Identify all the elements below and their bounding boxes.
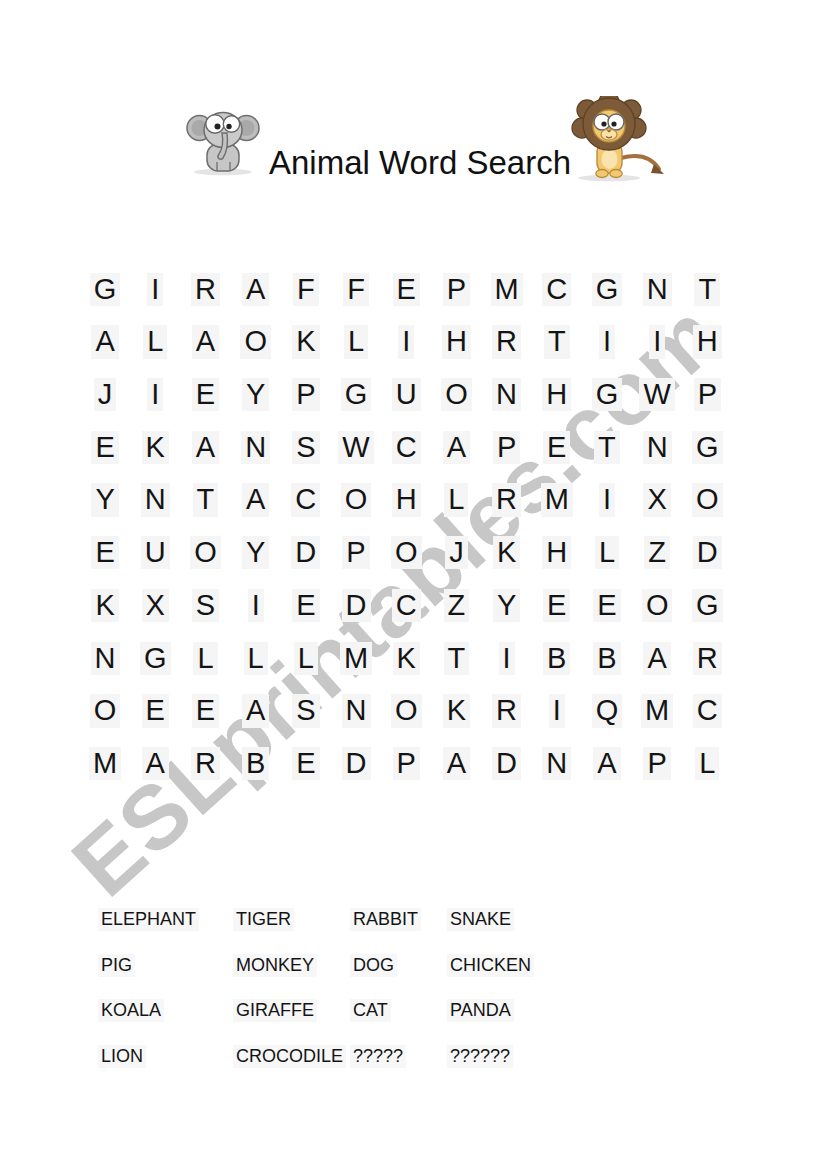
grid-letter: P bbox=[493, 431, 520, 464]
grid-letter: O bbox=[391, 694, 422, 727]
grid-cell: N bbox=[532, 737, 582, 790]
grid-letter: G bbox=[90, 273, 121, 306]
grid-letter: N bbox=[91, 642, 120, 675]
grid-letter: C bbox=[392, 589, 421, 622]
grid-cell: T bbox=[532, 316, 582, 369]
grid-cell: O bbox=[231, 316, 281, 369]
grid-cell: P bbox=[431, 263, 481, 316]
grid-letter: B bbox=[242, 747, 269, 780]
grid-cell: T bbox=[431, 632, 481, 685]
grid-cell: F bbox=[281, 263, 331, 316]
grid-cell: I bbox=[632, 316, 682, 369]
grid-letter: A bbox=[593, 747, 620, 780]
grid-cell: Z bbox=[431, 579, 481, 632]
grid-letter: O bbox=[441, 378, 472, 411]
grid-letter: A bbox=[443, 431, 470, 464]
grid-letter: K bbox=[91, 589, 118, 622]
grid-letter: N bbox=[342, 694, 371, 727]
grid-cell: R bbox=[682, 632, 732, 685]
grid-letter: A bbox=[91, 325, 118, 358]
grid-cell: A bbox=[582, 737, 632, 790]
grid-letter: K bbox=[443, 694, 470, 727]
grid-letter: P bbox=[694, 378, 721, 411]
grid-cell: B bbox=[582, 632, 632, 685]
grid-cell: O bbox=[80, 685, 130, 738]
grid-letter: O bbox=[240, 325, 271, 358]
word-list-item: GIRAFFE bbox=[233, 999, 317, 1022]
grid-cell: K bbox=[381, 632, 431, 685]
grid-letter: O bbox=[391, 536, 422, 569]
word-list: ELEPHANTTIGERRABBITSNAKEPIGMONKEYDOGCHIC… bbox=[98, 897, 534, 1079]
grid-letter: M bbox=[541, 483, 573, 516]
grid-letter: Z bbox=[644, 536, 670, 569]
grid-letter: T bbox=[193, 483, 219, 516]
grid-cell: A bbox=[80, 316, 130, 369]
grid-letter: A bbox=[242, 273, 269, 306]
grid-cell: O bbox=[331, 474, 381, 527]
grid-cell: E bbox=[180, 685, 230, 738]
grid-cell: K bbox=[431, 685, 481, 738]
grid-letter: E bbox=[593, 589, 620, 622]
word-list-item: PIG bbox=[98, 954, 135, 977]
grid-letter: C bbox=[291, 483, 320, 516]
grid-cell: P bbox=[482, 421, 532, 474]
grid-cell: U bbox=[130, 526, 180, 579]
grid-letter: Y bbox=[242, 536, 269, 569]
grid-letter: E bbox=[543, 431, 570, 464]
grid-cell: N bbox=[331, 685, 381, 738]
grid-cell: T bbox=[582, 421, 632, 474]
grid-letter: N bbox=[492, 378, 521, 411]
grid-letter: K bbox=[493, 536, 520, 569]
grid-cell: C bbox=[682, 685, 732, 738]
grid-letter: L bbox=[595, 536, 619, 569]
grid-cell: L bbox=[682, 737, 732, 790]
grid-letter: P bbox=[643, 747, 670, 780]
grid-letter: A bbox=[192, 325, 219, 358]
grid-letter: Q bbox=[592, 694, 623, 727]
grid-letter: E bbox=[142, 694, 169, 727]
grid-cell: W bbox=[331, 421, 381, 474]
grid-cell: E bbox=[281, 579, 331, 632]
grid-cell: B bbox=[532, 632, 582, 685]
grid-cell: B bbox=[231, 737, 281, 790]
grid-letter: G bbox=[692, 431, 723, 464]
grid-letter: L bbox=[143, 325, 167, 358]
grid-cell: R bbox=[180, 263, 230, 316]
grid-letter: R bbox=[492, 694, 521, 727]
word-search-grid: GIRAFFEPMCGNTALAOKLIHRTIIHJIEYPGUONHGWPE… bbox=[80, 263, 732, 790]
grid-cell: F bbox=[331, 263, 381, 316]
grid-letter: M bbox=[89, 747, 121, 780]
grid-cell: A bbox=[180, 421, 230, 474]
grid-cell: L bbox=[331, 316, 381, 369]
grid-letter: E bbox=[543, 589, 570, 622]
grid-letter: D bbox=[291, 536, 320, 569]
grid-letter: P bbox=[393, 747, 420, 780]
grid-cell: R bbox=[482, 474, 532, 527]
grid-cell: X bbox=[632, 474, 682, 527]
grid-letter: M bbox=[491, 273, 523, 306]
grid-letter: P bbox=[292, 378, 319, 411]
grid-cell: G bbox=[682, 421, 732, 474]
word-list-item: DOG bbox=[350, 954, 397, 977]
grid-cell: J bbox=[80, 368, 130, 421]
grid-letter: D bbox=[342, 747, 371, 780]
grid-cell: R bbox=[180, 737, 230, 790]
grid-cell: E bbox=[80, 421, 130, 474]
grid-letter: A bbox=[242, 694, 269, 727]
grid-letter: Z bbox=[444, 589, 470, 622]
grid-cell: D bbox=[682, 526, 732, 579]
grid-cell: O bbox=[682, 474, 732, 527]
grid-cell: E bbox=[80, 526, 130, 579]
grid-cell: R bbox=[482, 316, 532, 369]
grid-cell: L bbox=[130, 316, 180, 369]
grid-letter: P bbox=[342, 536, 369, 569]
grid-cell: E bbox=[532, 421, 582, 474]
grid-cell: L bbox=[281, 632, 331, 685]
grid-cell: R bbox=[482, 685, 532, 738]
grid-cell: P bbox=[632, 737, 682, 790]
grid-letter: K bbox=[142, 431, 169, 464]
grid-letter: W bbox=[338, 431, 373, 464]
grid-letter: I bbox=[599, 483, 615, 516]
grid-letter: L bbox=[294, 642, 318, 675]
grid-letter: M bbox=[340, 642, 372, 675]
word-list-item: ?????? bbox=[447, 1045, 513, 1068]
grid-cell: T bbox=[682, 263, 732, 316]
grid-cell: M bbox=[632, 685, 682, 738]
word-list-item: ELEPHANT bbox=[98, 908, 199, 931]
grid-cell: X bbox=[130, 579, 180, 632]
grid-cell: O bbox=[381, 685, 431, 738]
grid-cell: K bbox=[482, 526, 532, 579]
grid-letter: Y bbox=[493, 589, 520, 622]
grid-cell: Y bbox=[231, 368, 281, 421]
grid-letter: H bbox=[392, 483, 421, 516]
grid-cell: A bbox=[431, 421, 481, 474]
grid-cell: J bbox=[431, 526, 481, 579]
grid-cell: C bbox=[381, 579, 431, 632]
grid-cell: I bbox=[482, 632, 532, 685]
grid-letter: D bbox=[492, 747, 521, 780]
grid-letter: H bbox=[693, 325, 722, 358]
grid-cell: E bbox=[180, 368, 230, 421]
grid-letter: F bbox=[293, 273, 319, 306]
grid-cell: H bbox=[532, 526, 582, 579]
grid-letter: U bbox=[392, 378, 421, 411]
grid-cell: P bbox=[381, 737, 431, 790]
grid-cell: H bbox=[431, 316, 481, 369]
grid-letter: A bbox=[192, 431, 219, 464]
grid-letter: N bbox=[542, 747, 571, 780]
grid-letter: A bbox=[242, 483, 269, 516]
grid-letter: T bbox=[694, 273, 720, 306]
grid-cell: M bbox=[80, 737, 130, 790]
grid-letter: Y bbox=[91, 483, 118, 516]
grid-cell: H bbox=[381, 474, 431, 527]
grid-letter: L bbox=[344, 325, 368, 358]
grid-letter: S bbox=[192, 589, 219, 622]
grid-letter: L bbox=[444, 483, 468, 516]
grid-letter: H bbox=[542, 536, 571, 569]
grid-letter: N bbox=[241, 431, 270, 464]
grid-cell: I bbox=[231, 579, 281, 632]
lion-icon bbox=[568, 96, 665, 182]
grid-cell: K bbox=[281, 316, 331, 369]
grid-cell: G bbox=[331, 368, 381, 421]
grid-cell: G bbox=[582, 368, 632, 421]
grid-cell: O bbox=[431, 368, 481, 421]
grid-letter: O bbox=[90, 694, 121, 727]
word-list-item: ????? bbox=[350, 1045, 406, 1068]
grid-letter: T bbox=[544, 325, 570, 358]
word-list-item: SNAKE bbox=[447, 908, 514, 931]
grid-cell: N bbox=[130, 474, 180, 527]
grid-cell: Q bbox=[582, 685, 632, 738]
grid-letter: Y bbox=[242, 378, 269, 411]
grid-cell: G bbox=[130, 632, 180, 685]
elephant-icon bbox=[186, 104, 260, 176]
grid-letter: H bbox=[542, 378, 571, 411]
word-list-item: PANDA bbox=[447, 999, 514, 1022]
grid-cell: A bbox=[231, 474, 281, 527]
grid-letter: L bbox=[244, 642, 268, 675]
grid-cell: O bbox=[381, 526, 431, 579]
grid-letter: W bbox=[639, 378, 674, 411]
grid-letter: R bbox=[191, 747, 220, 780]
grid-cell: H bbox=[682, 316, 732, 369]
grid-cell: L bbox=[582, 526, 632, 579]
grid-letter: I bbox=[499, 642, 515, 675]
grid-cell: I bbox=[532, 685, 582, 738]
grid-letter: G bbox=[140, 642, 171, 675]
grid-cell: A bbox=[632, 632, 682, 685]
word-list-item: RABBIT bbox=[350, 908, 421, 931]
grid-letter: A bbox=[142, 747, 169, 780]
grid-letter: G bbox=[341, 378, 372, 411]
grid-letter: S bbox=[292, 431, 319, 464]
grid-cell: N bbox=[231, 421, 281, 474]
grid-letter: I bbox=[147, 273, 163, 306]
grid-letter: K bbox=[393, 642, 420, 675]
grid-cell: A bbox=[231, 263, 281, 316]
grid-cell: C bbox=[532, 263, 582, 316]
grid-cell: Z bbox=[632, 526, 682, 579]
grid-cell: N bbox=[482, 368, 532, 421]
grid-letter: C bbox=[542, 273, 571, 306]
grid-cell: T bbox=[180, 474, 230, 527]
grid-cell: P bbox=[682, 368, 732, 421]
grid-letter: J bbox=[445, 536, 468, 569]
grid-letter: O bbox=[341, 483, 372, 516]
grid-letter: O bbox=[642, 589, 673, 622]
grid-cell: P bbox=[331, 526, 381, 579]
grid-cell: N bbox=[632, 263, 682, 316]
grid-cell: E bbox=[281, 737, 331, 790]
grid-cell: E bbox=[130, 685, 180, 738]
grid-letter: B bbox=[593, 642, 620, 675]
grid-cell: I bbox=[130, 263, 180, 316]
grid-letter: F bbox=[343, 273, 369, 306]
grid-letter: E bbox=[292, 747, 319, 780]
grid-letter: O bbox=[190, 536, 221, 569]
grid-letter: O bbox=[692, 483, 723, 516]
word-list-item: CROCODILE bbox=[233, 1045, 346, 1068]
grid-letter: N bbox=[643, 431, 672, 464]
grid-letter: M bbox=[641, 694, 673, 727]
grid-cell: G bbox=[682, 579, 732, 632]
grid-letter: X bbox=[643, 483, 670, 516]
grid-letter: I bbox=[599, 325, 615, 358]
grid-cell: I bbox=[381, 316, 431, 369]
grid-cell: L bbox=[431, 474, 481, 527]
grid-cell: E bbox=[532, 579, 582, 632]
grid-letter: G bbox=[592, 378, 623, 411]
grid-letter: J bbox=[94, 378, 117, 411]
grid-cell: L bbox=[231, 632, 281, 685]
grid-letter: I bbox=[248, 589, 264, 622]
grid-cell: S bbox=[180, 579, 230, 632]
grid-letter: N bbox=[141, 483, 170, 516]
grid-cell: D bbox=[482, 737, 532, 790]
grid-cell: M bbox=[482, 263, 532, 316]
grid-cell: P bbox=[281, 368, 331, 421]
grid-cell: A bbox=[130, 737, 180, 790]
grid-cell: G bbox=[80, 263, 130, 316]
grid-letter: T bbox=[594, 431, 620, 464]
grid-cell: Y bbox=[482, 579, 532, 632]
page-title: Animal Word Search bbox=[269, 146, 571, 179]
grid-letter: N bbox=[643, 273, 672, 306]
grid-letter: R bbox=[693, 642, 722, 675]
grid-letter: E bbox=[393, 273, 420, 306]
grid-letter: D bbox=[693, 536, 722, 569]
grid-letter: K bbox=[292, 325, 319, 358]
grid-letter: H bbox=[442, 325, 471, 358]
grid-letter: I bbox=[147, 378, 163, 411]
grid-letter: G bbox=[692, 589, 723, 622]
grid-letter: X bbox=[142, 589, 169, 622]
grid-cell: U bbox=[381, 368, 431, 421]
grid-cell: N bbox=[80, 632, 130, 685]
grid-cell: Y bbox=[231, 526, 281, 579]
word-list-item: LION bbox=[98, 1045, 146, 1068]
grid-letter: A bbox=[443, 747, 470, 780]
grid-cell: G bbox=[582, 263, 632, 316]
grid-cell: A bbox=[431, 737, 481, 790]
grid-cell: C bbox=[381, 421, 431, 474]
grid-cell: S bbox=[281, 685, 331, 738]
grid-cell: W bbox=[632, 368, 682, 421]
grid-cell: E bbox=[381, 263, 431, 316]
word-list-item: MONKEY bbox=[233, 954, 317, 977]
grid-letter: I bbox=[398, 325, 414, 358]
grid-letter: B bbox=[543, 642, 570, 675]
worksheet-page: ESLprintables.com Animal Word Search bbox=[0, 0, 821, 1169]
grid-cell: K bbox=[80, 579, 130, 632]
grid-cell: I bbox=[582, 474, 632, 527]
grid-letter: E bbox=[91, 431, 118, 464]
grid-letter: R bbox=[492, 483, 521, 516]
grid-cell: D bbox=[281, 526, 331, 579]
grid-cell: O bbox=[632, 579, 682, 632]
grid-letter: S bbox=[292, 694, 319, 727]
word-list-item: KOALA bbox=[98, 999, 164, 1022]
grid-cell: D bbox=[331, 737, 381, 790]
grid-letter: E bbox=[192, 378, 219, 411]
grid-letter: E bbox=[192, 694, 219, 727]
grid-cell: M bbox=[532, 474, 582, 527]
grid-letter: I bbox=[549, 694, 565, 727]
grid-cell: I bbox=[130, 368, 180, 421]
grid-letter: G bbox=[592, 273, 623, 306]
word-list-item: CHICKEN bbox=[447, 954, 534, 977]
grid-cell: K bbox=[130, 421, 180, 474]
word-list-item: CAT bbox=[350, 999, 391, 1022]
grid-letter: L bbox=[193, 642, 217, 675]
grid-cell: I bbox=[582, 316, 632, 369]
grid-cell: O bbox=[180, 526, 230, 579]
word-list-item: TIGER bbox=[233, 908, 294, 931]
grid-cell: A bbox=[231, 685, 281, 738]
grid-letter: L bbox=[695, 747, 719, 780]
grid-cell: L bbox=[180, 632, 230, 685]
grid-letter: C bbox=[693, 694, 722, 727]
grid-cell: N bbox=[632, 421, 682, 474]
grid-letter: C bbox=[392, 431, 421, 464]
grid-cell: D bbox=[331, 579, 381, 632]
grid-letter: R bbox=[492, 325, 521, 358]
grid-cell: M bbox=[331, 632, 381, 685]
grid-letter: U bbox=[141, 536, 170, 569]
grid-letter: E bbox=[91, 536, 118, 569]
grid-letter: A bbox=[643, 642, 670, 675]
grid-letter: I bbox=[649, 325, 665, 358]
grid-cell: C bbox=[281, 474, 331, 527]
grid-cell: H bbox=[532, 368, 582, 421]
grid-letter: E bbox=[292, 589, 319, 622]
grid-cell: Y bbox=[80, 474, 130, 527]
grid-letter: D bbox=[342, 589, 371, 622]
grid-letter: P bbox=[443, 273, 470, 306]
grid-cell: A bbox=[180, 316, 230, 369]
grid-cell: E bbox=[582, 579, 632, 632]
grid-letter: T bbox=[444, 642, 470, 675]
grid-cell: S bbox=[281, 421, 331, 474]
grid-letter: R bbox=[191, 273, 220, 306]
